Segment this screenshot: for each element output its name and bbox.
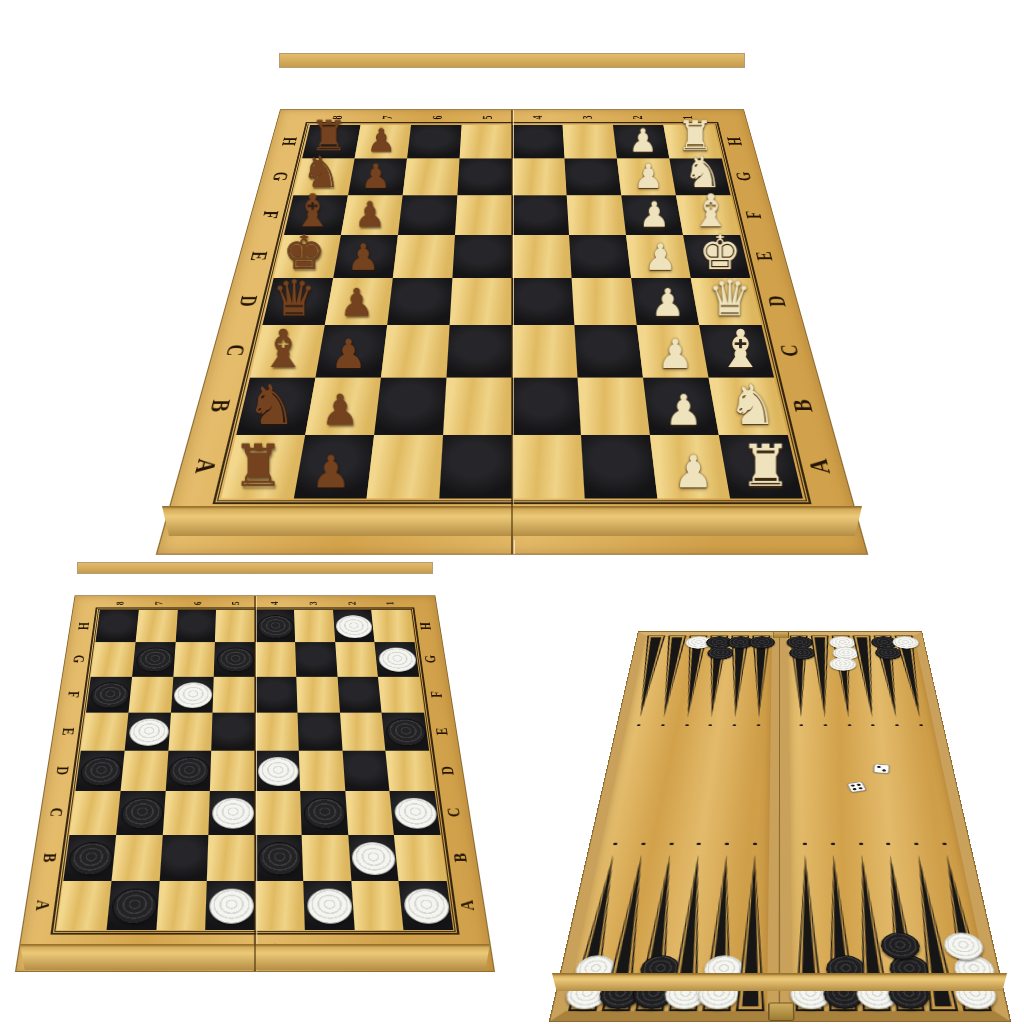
chess-board: 87654321 87654321 HGFEDCBA HGFEDCBA ♜♟♟♜…: [157, 110, 866, 554]
checker-black-piece: [168, 757, 210, 786]
chess-board-photo: 87654321 87654321 HGFEDCBA HGFEDCBA ♜♟♟♜…: [162, 10, 862, 550]
checkers-square-h2: [333, 610, 375, 642]
checkers-square-f1: [378, 676, 424, 712]
chess-piece-light-bishop: ♝: [708, 322, 773, 374]
checkers-square-e8: [81, 712, 128, 750]
bg-point-dot: [789, 723, 813, 727]
checker-white-piece: [378, 648, 418, 672]
checkers-square-d8: [75, 751, 124, 792]
chess-board-side-edge: [162, 506, 862, 536]
checker-black-piece: [217, 648, 254, 672]
chess-square-c1: ♝: [699, 325, 774, 377]
checkers-board-back-edge: [78, 563, 432, 573]
checkers-square-g4: [255, 642, 296, 676]
checker-black-piece: [79, 757, 123, 786]
chess-square-h5: [460, 125, 512, 159]
chess-piece-dark-pawn: ♟: [334, 239, 393, 276]
checkers-square-d6: [165, 751, 211, 792]
chess-piece-light-pawn: ♟: [649, 389, 718, 431]
chess-piece-light-pawn: ♟: [617, 124, 669, 156]
bg-point-dot: [713, 841, 741, 846]
chess-square-d4: [512, 278, 574, 325]
bg-point-dot: [861, 723, 886, 727]
checkers-square-a3: [303, 881, 354, 930]
checker-white-piece: [128, 718, 170, 745]
checker-black-piece: [303, 798, 346, 829]
checkers-square-h7: [135, 610, 177, 642]
chess-square-a5: [439, 435, 512, 499]
bg-point-dot: [626, 723, 651, 727]
checkers-square-a8: [57, 881, 112, 930]
checker-black-piece: [120, 798, 164, 829]
checkers-square-g6: [173, 642, 215, 676]
chess-piece-light-queen: ♛: [699, 273, 761, 323]
chess-square-a3: [581, 435, 658, 499]
checkers-board-photo: 87654321 87654321 HGFEDCBA HGFEDCBA: [20, 562, 500, 992]
backgammon-black-checker: [749, 636, 776, 648]
bg-point-dot: [847, 841, 875, 846]
chess-square-e7: ♟: [333, 235, 398, 278]
bg-point-dot: [885, 723, 910, 727]
chess-square-c2: ♟: [637, 325, 709, 377]
checkers-square-d7: [120, 751, 168, 792]
chess-piece-light-pawn: ♟: [626, 197, 683, 232]
checkers-square-g5: [214, 642, 255, 676]
chess-square-c7: ♟: [316, 325, 388, 377]
checkers-square-a7: [106, 881, 159, 930]
checkers-square-d3: [299, 751, 345, 792]
chess-square-c3: [574, 325, 643, 377]
checkers-square-a2: [351, 881, 404, 930]
chess-piece-dark-pawn: ♟: [295, 450, 367, 495]
chess-square-e4: [512, 235, 572, 278]
checkers-square-e3: [297, 712, 342, 750]
chess-piece-dark-queen: ♛: [263, 273, 325, 323]
product-photo-canvas: 87654321 87654321 HGFEDCBA HGFEDCBA ♜♟♟♜…: [0, 0, 1024, 1024]
checker-black-piece: [89, 682, 130, 708]
checkers-square-b1: [394, 835, 447, 881]
checkers-square-g1: [375, 642, 419, 676]
checker-white-piece: [393, 798, 438, 829]
checkers-square-h6: [175, 610, 216, 642]
bg-point-dot: [837, 723, 861, 727]
chess-square-b3: [577, 377, 649, 434]
checkers-square-f3: [296, 676, 339, 712]
chess-square-d3: [572, 278, 637, 325]
checkers-fold-seam: [254, 596, 256, 971]
chess-piece-light-rook: ♜: [729, 437, 801, 495]
checkers-square-c2: [345, 791, 394, 834]
chess-square-d6: [387, 278, 452, 325]
bg-point-dot: [819, 841, 847, 846]
backgammon-white-checker: [828, 657, 856, 670]
bg-right-bottom-dots: [791, 841, 959, 846]
backgammon-board-photo: [535, 575, 1024, 995]
checker-white-piece: [212, 798, 254, 829]
chess-piece-light-knight: ♞: [718, 376, 787, 431]
bg-point-dot: [629, 841, 658, 846]
chess-square-f5: [455, 195, 512, 235]
chess-piece-dark-pawn: ♟: [325, 284, 387, 322]
checkers-square-g8: [91, 642, 135, 676]
chess-square-e3: [569, 235, 631, 278]
bg-right-top-dots: [789, 723, 933, 727]
checker-white-piece: [306, 888, 352, 923]
checkers-square-a4: [255, 881, 305, 930]
chess-square-d7: ♟: [325, 278, 393, 325]
checkers-square-f5: [213, 676, 255, 712]
bg-left-top-dots: [626, 723, 770, 727]
bg-point-dot: [685, 841, 713, 846]
checkers-square-e1: [382, 712, 429, 750]
chess-square-f6: [398, 195, 457, 235]
checkers-square-b8: [63, 835, 116, 881]
checker-white-piece: [336, 615, 374, 638]
bg-point-dot: [791, 841, 819, 846]
chess-square-a4: [512, 435, 585, 499]
checkers-square-c5: [209, 791, 255, 834]
chess-square-f2: ♟: [621, 195, 683, 235]
chess-square-f7: ♟: [341, 195, 403, 235]
chess-square-g4: [512, 159, 567, 195]
chess-piece-light-pawn: ♟: [643, 334, 708, 374]
chess-square-b5: [443, 377, 512, 434]
bg-left-bottom-dots: [601, 841, 769, 846]
chess-piece-dark-knight: ♞: [237, 376, 306, 431]
chess-piece-light-pawn: ♟: [621, 159, 676, 193]
backgammon-box-front-edge: [552, 973, 1007, 991]
chess-square-f4: [512, 195, 569, 235]
checkers-square-c1: [390, 791, 441, 834]
bg-point-dot: [723, 723, 747, 727]
chess-square-c6: [381, 325, 450, 377]
checkers-square-b5: [207, 835, 255, 881]
chess-square-g5: [457, 159, 512, 195]
chess-square-e2: ♟: [626, 235, 691, 278]
bg-point-dot: [747, 723, 771, 727]
checkers-square-a1: [399, 881, 454, 930]
chess-square-g2: ♟: [617, 159, 676, 195]
checker-black-piece: [135, 648, 174, 672]
chess-square-b7: ♟: [305, 377, 381, 434]
chess-square-a2: ♟: [650, 435, 730, 499]
checkers-square-d5: [210, 751, 255, 792]
chess-square-c4: [512, 325, 577, 377]
checkers-square-f4: [255, 676, 297, 712]
chess-square-d5: [450, 278, 512, 325]
checkers-square-h1: [371, 610, 414, 642]
checkers-square-h5: [215, 610, 255, 642]
checkers-board: 87654321 87654321 HGFEDCBA HGFEDCBA: [16, 596, 494, 971]
chess-piece-light-pawn: ♟: [657, 450, 729, 495]
bg-point-dot: [650, 723, 675, 727]
chess-square-e6: [393, 235, 455, 278]
checker-white-piece: [403, 888, 452, 923]
chess-piece-dark-rook: ♜: [222, 437, 294, 495]
chess-square-b4: [512, 377, 581, 434]
checkers-square-a5: [205, 881, 255, 930]
die-icon: [873, 764, 890, 774]
checkers-square-g2: [335, 642, 378, 676]
bg-point: [747, 636, 772, 720]
checker-black-piece: [258, 615, 294, 638]
backgammon-board: [550, 632, 1009, 1021]
chess-piece-dark-pawn: ♟: [306, 389, 375, 431]
checkers-square-e5: [211, 712, 255, 750]
checkers-square-e2: [340, 712, 386, 750]
chess-square-b6: [374, 377, 446, 434]
chess-board-back-edge: [280, 54, 744, 67]
checkers-square-c7: [116, 791, 165, 834]
chess-square-b8: ♞: [236, 377, 315, 434]
bg-left-top-points: [628, 636, 772, 720]
bg-point-dot: [741, 841, 769, 846]
checkers-square-c8: [70, 791, 121, 834]
bg-point-dot: [657, 841, 686, 846]
bg-point-dot: [601, 841, 630, 846]
checkers-square-g3: [295, 642, 337, 676]
checker-black-piece: [110, 888, 158, 923]
checker-white-piece: [258, 757, 299, 786]
checker-white-piece: [174, 682, 213, 708]
bg-point-dot: [674, 723, 699, 727]
chess-piece-dark-pawn: ♟: [341, 197, 398, 232]
chess-square-h3: [562, 125, 616, 159]
bg-point-dot: [909, 723, 934, 727]
checkers-board-side-edge: [20, 944, 490, 970]
chess-piece-dark-pawn: ♟: [348, 159, 403, 193]
checkers-square-h3: [294, 610, 335, 642]
checkers-square-c4: [255, 791, 301, 834]
chess-square-h7: ♟: [355, 125, 411, 159]
checkers-square-g7: [132, 642, 175, 676]
bg-point-dot: [698, 723, 722, 727]
die-icon: [847, 781, 867, 792]
checkers-file-label-right-d: D: [418, 766, 476, 775]
checkers-square-b4: [255, 835, 303, 881]
chess-square-h6: [407, 125, 461, 159]
checkers-square-f6: [170, 676, 213, 712]
checkers-square-b6: [159, 835, 208, 881]
chess-square-c8: ♝: [250, 325, 325, 377]
chess-square-h4: [512, 125, 564, 159]
checker-black-piece: [258, 842, 302, 875]
checkers-square-d4: [255, 751, 300, 792]
chess-square-c5: [447, 325, 512, 377]
chess-piece-dark-bishop: ♝: [251, 322, 316, 374]
chess-square-a6: [367, 435, 444, 499]
chess-square-h2: ♟: [613, 125, 669, 159]
chess-square-d2: ♟: [631, 278, 699, 325]
chess-square-g7: ♟: [348, 159, 407, 195]
chess-square-a1: ♜: [719, 435, 803, 499]
checkers-square-b7: [111, 835, 162, 881]
chess-square-e5: [452, 235, 512, 278]
checkers-square-e6: [168, 712, 213, 750]
checkers-square-h8: [95, 610, 138, 642]
checkers-square-e4: [255, 712, 299, 750]
checker-white-piece: [209, 888, 254, 923]
bg-point-dot: [902, 841, 931, 846]
bg-point-dot: [930, 841, 959, 846]
backgammon-white-checker: [891, 636, 920, 648]
chess-square-a8: ♜: [221, 435, 305, 499]
chess-edge-seam: [511, 506, 513, 536]
checker-black-piece: [67, 842, 114, 875]
chess-square-b2: ♟: [643, 377, 719, 434]
checkers-square-f7: [128, 676, 173, 712]
checkers-square-d1: [386, 751, 435, 792]
checkers-square-c6: [162, 791, 210, 834]
bg-right-top-points: [788, 636, 932, 720]
chess-piece-dark-pawn: ♟: [355, 124, 407, 156]
chess-square-g3: [564, 159, 621, 195]
chess-square-g6: [403, 159, 460, 195]
checkers-square-h4: [255, 610, 295, 642]
chess-square-a7: ♟: [294, 435, 374, 499]
chess-piece-light-pawn: ♟: [636, 284, 698, 322]
chess-piece-dark-pawn: ♟: [316, 334, 381, 374]
checkers-square-c3: [300, 791, 348, 834]
backgammon-right-half: [780, 632, 1010, 1021]
checker-white-piece: [351, 842, 397, 875]
checkers-square-b3: [301, 835, 350, 881]
checkers-square-f8: [86, 676, 132, 712]
backgammon-left-half: [550, 632, 780, 1021]
hinge-icon: [768, 1003, 794, 1021]
checkers-edge-seam: [254, 944, 256, 970]
checker-black-piece: [385, 718, 427, 745]
bg-point-dot: [813, 723, 837, 727]
bg-point-dot: [874, 841, 903, 846]
chess-square-b1: ♞: [708, 377, 787, 434]
checkers-square-d2: [342, 751, 390, 792]
checkers-square-f2: [337, 676, 382, 712]
hinge-icon: [773, 632, 789, 638]
chess-piece-light-pawn: ♟: [631, 239, 690, 276]
checkers-square-b2: [348, 835, 399, 881]
chess-square-f3: [567, 195, 626, 235]
checkers-square-a6: [156, 881, 207, 930]
checkers-square-e7: [124, 712, 170, 750]
